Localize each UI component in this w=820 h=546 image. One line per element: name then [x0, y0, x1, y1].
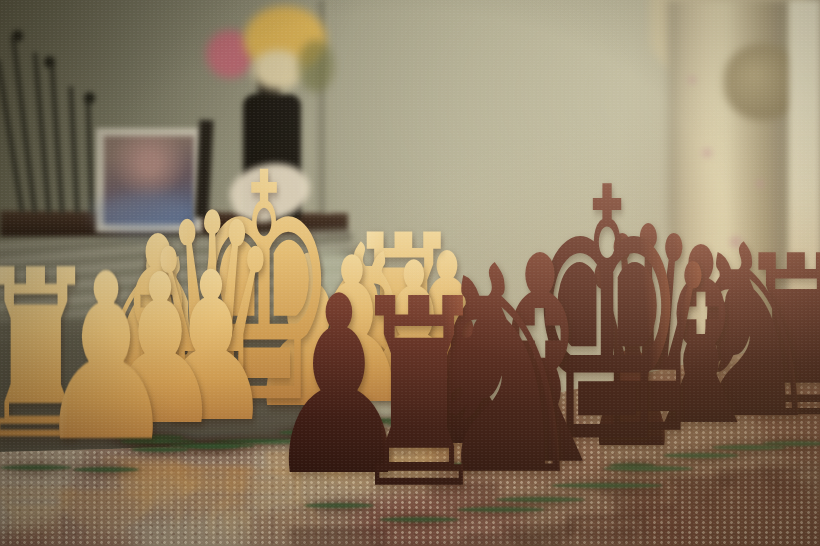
white-pawn-h2-felt — [420, 414, 475, 419]
board-square — [410, 339, 578, 411]
white-king-e1-shadow — [195, 435, 332, 450]
yellow-flower — [244, 6, 326, 72]
marble-table — [0, 0, 820, 546]
black-pawn-a7: ♟ — [264, 264, 414, 510]
black-pawn-b7-shadow — [431, 459, 498, 474]
board-square — [236, 496, 463, 546]
white-rook-h1-shadow — [359, 414, 450, 429]
black-knight-g8: ♞ — [672, 214, 820, 452]
board-square — [0, 530, 50, 546]
black-bishop-f8-reflection: ♝ — [631, 458, 771, 546]
white-rook-h1: ♜ — [345, 206, 463, 425]
chess-photo-scene: ♜♜♟♟♞♞♟♟♝♝♛♛♟♟♚♚♟♟♟♟♞♞♜♜♟♟♟♟♟♟♜♜♟♟♞♞♝♝♚♚… — [0, 0, 820, 546]
radiator-slats — [0, 230, 356, 345]
sideboard-right-edge — [314, 0, 336, 214]
white-rook-a1-felt — [0, 465, 71, 470]
white-pawn-a2-shadow — [62, 463, 150, 478]
white-pawn-a2-felt — [73, 467, 138, 472]
white-pawn-h2: ♟ — [388, 228, 506, 421]
black-pawn-d7-shadow — [601, 459, 663, 474]
white-pawn-d2-felt — [182, 444, 240, 449]
black-queen-e8: ♛ — [577, 191, 719, 474]
board-square — [789, 451, 820, 546]
board-square — [0, 512, 250, 546]
black-rook-a8: ♜ — [349, 265, 489, 525]
board-square — [260, 348, 422, 424]
black-queen-e8-shadow — [588, 462, 709, 477]
black-knight-b8-shadow — [441, 503, 561, 518]
board-square — [0, 0, 820, 546]
white-queen-d1: ♛ — [143, 178, 280, 451]
white-rook-a1: ♜ — [0, 239, 99, 472]
white-knight-b1-shadow — [103, 431, 196, 446]
black-queen-e8-felt — [603, 466, 693, 471]
under-shelf-shadow — [0, 318, 364, 458]
black-rook-h8: ♜ — [736, 226, 820, 448]
white-pawn-b2-felt — [131, 447, 190, 452]
white-rook-h1-reflection: ♜ — [345, 423, 463, 533]
white-pawn-d2: ♟ — [148, 245, 274, 451]
curtain-tieback-knot — [724, 44, 802, 120]
black-pawn-d7-felt — [609, 463, 655, 468]
white-pawn-g2-shadow — [378, 417, 451, 432]
window-glow-overlay — [0, 0, 820, 546]
white-pawn-e2-reflection: ♟ — [245, 435, 372, 540]
cream-flower — [252, 50, 304, 90]
board-square — [619, 465, 820, 546]
board-square — [0, 0, 820, 546]
white-rook-a1-shadow — [0, 461, 84, 476]
white-queen-d1-shadow — [154, 439, 271, 454]
board-square — [0, 0, 820, 546]
black-pawn-a7-reflection: ♟ — [264, 508, 414, 546]
white-pawn-d2-reflection: ♟ — [148, 449, 274, 546]
curtain-top — [650, 0, 808, 84]
white-knight-b1-felt — [115, 435, 184, 440]
black-pawn-b7-felt — [439, 463, 489, 468]
white-king-e1: ♚ — [191, 133, 337, 447]
white-pawn-g2-felt — [387, 421, 441, 426]
black-knight-g8-reflection: ♞ — [672, 450, 820, 546]
white-rook-h1-felt — [370, 418, 437, 423]
white-pawn-f2: ♟ — [291, 231, 414, 432]
board-square — [0, 436, 90, 546]
board-square — [0, 367, 120, 450]
frame-photo-glow — [92, 192, 196, 234]
black-pawn-d7: ♟ — [583, 308, 682, 470]
background-wall — [0, 0, 820, 546]
black-rook-a8-reflection: ♜ — [349, 522, 489, 546]
board-square — [677, 322, 820, 388]
board-square — [90, 357, 268, 436]
white-king-e1-reflection: ♚ — [191, 444, 337, 546]
pink-flower — [206, 30, 254, 78]
dark-slim-object — [194, 120, 213, 219]
black-queen-e8-reflection: ♛ — [577, 471, 719, 546]
black-king-d8-shadow — [531, 479, 683, 494]
black-pawn-d7-reflection: ♟ — [583, 468, 682, 546]
white-pawn-a2: ♟ — [36, 244, 176, 474]
film-grain-overlay — [0, 0, 820, 546]
board-square — [546, 331, 725, 400]
white-pawn-b2-shadow — [120, 443, 199, 458]
black-king-d8: ♚ — [526, 143, 688, 491]
white-pawn-f2-felt — [323, 425, 380, 430]
white-queen-d1-reflection: ♛ — [143, 448, 280, 546]
white-pawn-h2-reflection: ♟ — [388, 419, 506, 516]
white-queen-d1-felt — [169, 443, 255, 448]
white-pawn-d2-shadow — [172, 440, 251, 455]
vase-neck — [258, 62, 280, 106]
black-pawn-a7-shadow — [292, 499, 386, 514]
marble-speckle-texture — [0, 0, 820, 546]
window-light — [789, 0, 820, 342]
white-pawn-b2-reflection: ♟ — [97, 452, 223, 546]
black-bishop-f8-felt — [663, 453, 740, 458]
marble-red-patch-3 — [540, 498, 710, 546]
white-pawn-g2: ♟ — [356, 238, 472, 428]
white-bishop-c1-shadow — [107, 435, 209, 450]
black-knight-b8-reflection: ♞ — [409, 512, 594, 546]
white-pawn-e2: ♟ — [245, 228, 372, 437]
black-bishop-f8-shadow — [649, 449, 753, 464]
white-bishop-c1-reflection: ♝ — [89, 444, 227, 546]
black-knight-g8-shadow — [699, 441, 799, 456]
white-bishop-c1-felt — [120, 439, 196, 444]
white-bishop-c1: ♝ — [89, 205, 227, 446]
black-pawn-b7-reflection: ♟ — [411, 468, 518, 546]
white-knight-g1-reflection: ♞ — [289, 424, 424, 529]
black-knight-b8-felt — [457, 507, 546, 512]
black-bishop-c8-felt — [495, 497, 585, 502]
black-pawn-b7: ♟ — [411, 295, 518, 470]
board-square — [0, 0, 820, 546]
white-pawn-f2-shadow — [314, 421, 391, 436]
board-square — [726, 378, 820, 465]
board-square — [250, 411, 439, 512]
black-rook-a8-felt — [379, 517, 459, 522]
vignette-overlay — [0, 0, 820, 546]
white-knight-g1-shadow — [312, 415, 399, 430]
white-knight-g1: ♞ — [289, 217, 424, 426]
board-square — [423, 400, 619, 496]
black-bishop-c8-reflection: ♝ — [458, 502, 622, 546]
black-bishop-c8-shadow — [479, 493, 601, 508]
black-pawn-a7-felt — [304, 503, 374, 508]
marble-red-patch-1 — [352, 486, 532, 546]
radiator-highlight — [300, 250, 358, 300]
marble-red-patch-2 — [0, 524, 140, 546]
white-pawn-e2-felt — [279, 430, 338, 435]
sideboard-shelf-edge — [0, 211, 348, 239]
pieces-layer: ♜♜♟♟♞♞♟♟♝♝♛♛♟♟♚♚♟♟♟♟♞♞♜♜♟♟♟♟♟♟♜♜♟♟♞♞♝♝♚♚… — [0, 0, 820, 546]
chess-board-grid — [0, 0, 820, 546]
board-square — [803, 314, 820, 378]
leaf-blob — [298, 40, 334, 92]
black-bishop-f8: ♝ — [631, 216, 771, 460]
white-pawn-b2: ♟ — [97, 247, 223, 454]
white-knight-g1-felt — [324, 419, 389, 424]
black-knight-b8: ♞ — [409, 229, 594, 515]
picture-frame — [96, 128, 202, 232]
flower-vase — [243, 94, 301, 220]
board-square — [439, 480, 675, 546]
black-king-d8-felt — [551, 483, 664, 488]
white-rook-a1-reflection: ♜ — [0, 470, 99, 546]
white-pawn-g2-reflection: ♟ — [356, 426, 472, 521]
board-square — [578, 389, 789, 480]
black-rook-h8-felt — [762, 441, 820, 446]
black-bishop-c8: ♝ — [458, 219, 622, 505]
white-king-e1-felt — [213, 439, 315, 444]
black-rook-h8-shadow — [750, 437, 820, 452]
white-pawn-h2-shadow — [410, 410, 484, 425]
black-rook-h8-reflection: ♜ — [736, 446, 820, 546]
white-ornament — [223, 153, 316, 231]
black-rook-a8-shadow — [365, 513, 472, 528]
black-king-d8-reflection: ♚ — [526, 488, 688, 546]
white-pawn-f2-reflection: ♟ — [291, 430, 414, 531]
white-knight-b1-reflection: ♞ — [77, 440, 220, 546]
white-pawn-e2-shadow — [269, 426, 349, 441]
curtain — [668, 0, 792, 350]
board-square — [50, 424, 260, 530]
table-edge-highlight — [598, 332, 820, 378]
white-knight-b1: ♞ — [77, 220, 220, 442]
black-knight-g8-felt — [712, 445, 786, 450]
white-pawn-a2-reflection: ♟ — [36, 472, 176, 546]
